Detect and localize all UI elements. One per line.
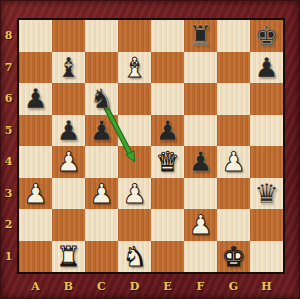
piece-black-pawn-c5[interactable]: ♟ bbox=[85, 115, 118, 147]
piece-white-rook-b1[interactable]: ♜ bbox=[52, 241, 85, 273]
rank-label-6: 6 bbox=[0, 83, 17, 115]
piece-white-king-g1[interactable]: ♚ bbox=[217, 241, 250, 273]
file-label-e: E bbox=[151, 274, 184, 299]
rank-label-5: 5 bbox=[0, 115, 17, 147]
chess-diagram-window: 87654321 ABCDEFGH ♜♚♝♝♟♟♞♟♟♟♟♛♟♟♟♟♟♛♟♜♞♚ bbox=[0, 0, 300, 299]
rank-label-4: 4 bbox=[0, 146, 17, 178]
piece-white-knight-d1[interactable]: ♞ bbox=[118, 241, 151, 273]
rank-label-8: 8 bbox=[0, 20, 17, 52]
rank-labels: 87654321 bbox=[0, 20, 17, 272]
file-label-h: H bbox=[250, 274, 283, 299]
piece-black-pawn-e5[interactable]: ♟ bbox=[151, 115, 184, 147]
piece-black-bishop-b7[interactable]: ♝ bbox=[52, 52, 85, 84]
piece-black-pawn-h7[interactable]: ♟ bbox=[250, 52, 283, 84]
piece-black-queen-h3[interactable]: ♛ bbox=[250, 178, 283, 210]
pieces-layer: ♜♚♝♝♟♟♞♟♟♟♟♛♟♟♟♟♟♛♟♜♞♚ bbox=[19, 20, 283, 272]
rank-label-1: 1 bbox=[0, 241, 17, 273]
file-label-c: C bbox=[85, 274, 118, 299]
piece-white-bishop-d7[interactable]: ♝ bbox=[118, 52, 151, 84]
piece-black-pawn-a6[interactable]: ♟ bbox=[19, 83, 52, 115]
piece-white-pawn-b4[interactable]: ♟ bbox=[52, 146, 85, 178]
file-labels: ABCDEFGH bbox=[19, 274, 283, 299]
piece-black-king-h8[interactable]: ♚ bbox=[250, 20, 283, 52]
piece-white-pawn-f2[interactable]: ♟ bbox=[184, 209, 217, 241]
piece-black-knight-c6[interactable]: ♞ bbox=[85, 83, 118, 115]
file-label-a: A bbox=[19, 274, 52, 299]
file-label-d: D bbox=[118, 274, 151, 299]
file-label-b: B bbox=[52, 274, 85, 299]
piece-black-pawn-b5[interactable]: ♟ bbox=[52, 115, 85, 147]
piece-black-pawn-f4[interactable]: ♟ bbox=[184, 146, 217, 178]
chess-board: ♜♚♝♝♟♟♞♟♟♟♟♛♟♟♟♟♟♛♟♜♞♚ bbox=[17, 18, 285, 274]
piece-white-pawn-g4[interactable]: ♟ bbox=[217, 146, 250, 178]
file-label-g: G bbox=[217, 274, 250, 299]
piece-white-queen-e4[interactable]: ♛ bbox=[151, 146, 184, 178]
rank-label-3: 3 bbox=[0, 178, 17, 210]
rank-label-7: 7 bbox=[0, 52, 17, 84]
piece-white-pawn-a3[interactable]: ♟ bbox=[19, 178, 52, 210]
piece-white-pawn-c3[interactable]: ♟ bbox=[85, 178, 118, 210]
piece-white-pawn-d3[interactable]: ♟ bbox=[118, 178, 151, 210]
file-label-f: F bbox=[184, 274, 217, 299]
piece-black-rook-f8[interactable]: ♜ bbox=[184, 20, 217, 52]
rank-label-2: 2 bbox=[0, 209, 17, 241]
